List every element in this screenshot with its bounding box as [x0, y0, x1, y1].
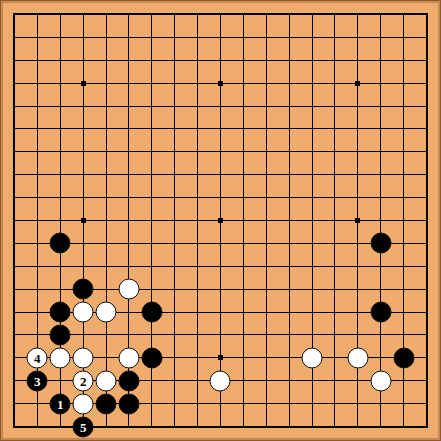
intersection	[95, 49, 118, 72]
intersection	[346, 278, 369, 301]
intersection	[255, 3, 278, 26]
intersection	[3, 163, 26, 186]
intersection	[49, 415, 72, 438]
intersection	[346, 301, 369, 324]
intersection	[255, 117, 278, 140]
intersection	[324, 278, 347, 301]
intersection	[346, 140, 369, 163]
intersection	[72, 392, 95, 415]
white-stone	[347, 347, 368, 368]
intersection	[392, 209, 415, 232]
intersection: 5	[72, 415, 95, 438]
intersection	[232, 255, 255, 278]
intersection	[392, 346, 415, 369]
intersection	[209, 346, 232, 369]
intersection	[117, 117, 140, 140]
intersection	[392, 3, 415, 26]
intersection	[324, 49, 347, 72]
intersection	[140, 324, 163, 347]
intersection	[72, 301, 95, 324]
intersection	[232, 301, 255, 324]
intersection	[3, 255, 26, 278]
intersection	[95, 324, 118, 347]
intersection	[369, 186, 392, 209]
intersection	[392, 415, 415, 438]
intersection	[140, 49, 163, 72]
intersection	[278, 324, 301, 347]
intersection	[415, 95, 438, 118]
intersection	[232, 3, 255, 26]
intersection	[232, 140, 255, 163]
intersection	[301, 117, 324, 140]
intersection	[301, 324, 324, 347]
intersection	[49, 72, 72, 95]
intersection	[163, 117, 186, 140]
intersection	[255, 278, 278, 301]
intersection	[209, 72, 232, 95]
intersection	[255, 49, 278, 72]
intersection	[95, 186, 118, 209]
intersection	[392, 232, 415, 255]
intersection	[346, 232, 369, 255]
intersection	[26, 186, 49, 209]
intersection	[369, 324, 392, 347]
intersection	[140, 209, 163, 232]
intersection	[140, 95, 163, 118]
intersection	[49, 95, 72, 118]
intersection	[392, 140, 415, 163]
intersection	[301, 415, 324, 438]
intersection	[346, 186, 369, 209]
intersection	[140, 255, 163, 278]
intersection	[209, 140, 232, 163]
intersection	[163, 255, 186, 278]
intersection	[95, 72, 118, 95]
intersection	[209, 392, 232, 415]
intersection	[117, 163, 140, 186]
intersection	[369, 117, 392, 140]
intersection	[117, 95, 140, 118]
intersection	[186, 140, 209, 163]
intersection	[49, 255, 72, 278]
intersection	[324, 301, 347, 324]
intersection	[301, 301, 324, 324]
white-stone	[118, 347, 139, 368]
intersection	[415, 324, 438, 347]
intersection	[232, 392, 255, 415]
white-stone	[50, 347, 71, 368]
intersection	[3, 95, 26, 118]
intersection	[72, 278, 95, 301]
intersection	[346, 26, 369, 49]
intersection	[163, 49, 186, 72]
intersection	[301, 3, 324, 26]
intersection	[95, 346, 118, 369]
intersection	[26, 392, 49, 415]
intersection	[72, 232, 95, 255]
intersection	[49, 369, 72, 392]
intersection	[209, 324, 232, 347]
intersection	[209, 26, 232, 49]
intersection	[163, 26, 186, 49]
intersection	[392, 26, 415, 49]
intersection	[72, 95, 95, 118]
intersection	[301, 369, 324, 392]
star-point	[218, 81, 223, 86]
intersection	[415, 163, 438, 186]
star-point	[81, 218, 86, 223]
intersection	[232, 278, 255, 301]
intersection	[117, 209, 140, 232]
black-stone	[141, 347, 162, 368]
intersection	[278, 232, 301, 255]
intersection	[186, 3, 209, 26]
white-stone	[73, 347, 94, 368]
intersection	[255, 140, 278, 163]
intersection	[301, 392, 324, 415]
intersection	[301, 95, 324, 118]
intersection	[49, 209, 72, 232]
intersection	[72, 3, 95, 26]
intersection	[346, 3, 369, 26]
intersection	[72, 346, 95, 369]
intersection	[369, 301, 392, 324]
intersection	[324, 392, 347, 415]
intersection	[3, 26, 26, 49]
white-stone	[210, 370, 231, 391]
intersection	[163, 186, 186, 209]
intersection	[232, 346, 255, 369]
intersection	[255, 26, 278, 49]
intersection	[232, 163, 255, 186]
intersection	[278, 369, 301, 392]
intersection	[72, 186, 95, 209]
intersection	[392, 369, 415, 392]
intersection	[49, 186, 72, 209]
intersection	[415, 26, 438, 49]
intersection	[117, 3, 140, 26]
intersection	[369, 392, 392, 415]
white-stone	[73, 302, 94, 323]
intersection	[324, 117, 347, 140]
intersection	[209, 163, 232, 186]
white-stone	[73, 393, 94, 414]
intersection	[72, 26, 95, 49]
intersection	[346, 209, 369, 232]
intersection	[415, 3, 438, 26]
intersection	[324, 369, 347, 392]
intersection	[232, 209, 255, 232]
intersection	[209, 209, 232, 232]
intersection	[301, 278, 324, 301]
intersection	[255, 415, 278, 438]
intersection	[140, 301, 163, 324]
intersection	[369, 278, 392, 301]
black-stone	[50, 233, 71, 254]
intersection	[278, 346, 301, 369]
intersection	[301, 186, 324, 209]
intersection	[49, 49, 72, 72]
intersection	[95, 140, 118, 163]
white-stone	[96, 370, 117, 391]
intersection	[255, 232, 278, 255]
intersection	[232, 186, 255, 209]
intersection	[49, 163, 72, 186]
intersection	[346, 163, 369, 186]
intersection	[392, 163, 415, 186]
intersection	[95, 301, 118, 324]
intersection	[301, 209, 324, 232]
intersection	[186, 26, 209, 49]
intersection	[140, 140, 163, 163]
intersection	[3, 369, 26, 392]
intersection	[95, 278, 118, 301]
intersection	[186, 415, 209, 438]
intersection	[415, 72, 438, 95]
intersection	[278, 26, 301, 49]
intersection	[324, 186, 347, 209]
white-stone	[370, 370, 391, 391]
intersection	[278, 163, 301, 186]
intersection	[95, 369, 118, 392]
intersection	[117, 392, 140, 415]
intersection	[278, 255, 301, 278]
intersection	[3, 3, 26, 26]
intersection	[72, 140, 95, 163]
intersection	[26, 117, 49, 140]
intersection	[392, 95, 415, 118]
intersection	[346, 49, 369, 72]
intersection	[95, 232, 118, 255]
intersection	[369, 95, 392, 118]
intersection	[255, 346, 278, 369]
intersection	[301, 140, 324, 163]
intersection	[26, 72, 49, 95]
intersection	[415, 369, 438, 392]
intersection	[278, 3, 301, 26]
intersection	[415, 117, 438, 140]
intersection	[186, 324, 209, 347]
intersection	[232, 49, 255, 72]
move-2-stone: 2	[73, 370, 94, 391]
intersection	[26, 324, 49, 347]
intersection	[117, 369, 140, 392]
intersection	[278, 49, 301, 72]
intersection	[415, 49, 438, 72]
intersection	[140, 26, 163, 49]
intersection	[163, 140, 186, 163]
intersection	[278, 392, 301, 415]
intersection	[117, 278, 140, 301]
intersection	[186, 95, 209, 118]
intersection	[255, 95, 278, 118]
intersection	[117, 186, 140, 209]
intersection	[209, 49, 232, 72]
intersection	[415, 415, 438, 438]
intersection	[186, 209, 209, 232]
move-3-stone: 3	[27, 370, 48, 391]
intersection	[95, 26, 118, 49]
intersection	[415, 186, 438, 209]
intersection	[72, 49, 95, 72]
intersection	[72, 117, 95, 140]
black-stone	[50, 302, 71, 323]
intersection: 4	[26, 346, 49, 369]
intersection	[117, 255, 140, 278]
intersection	[255, 163, 278, 186]
intersection	[140, 369, 163, 392]
intersection	[209, 95, 232, 118]
intersection	[3, 49, 26, 72]
intersection	[346, 72, 369, 95]
intersection	[324, 72, 347, 95]
intersection	[49, 3, 72, 26]
intersection	[278, 278, 301, 301]
intersection	[26, 3, 49, 26]
intersection	[415, 209, 438, 232]
intersection	[186, 232, 209, 255]
intersection	[301, 346, 324, 369]
intersection	[95, 3, 118, 26]
black-stone	[370, 302, 391, 323]
intersection	[392, 49, 415, 72]
intersection	[3, 186, 26, 209]
intersection	[232, 369, 255, 392]
intersection	[186, 392, 209, 415]
intersection	[392, 324, 415, 347]
intersection	[95, 415, 118, 438]
intersection	[26, 255, 49, 278]
move-1-stone: 1	[50, 393, 71, 414]
intersection	[278, 209, 301, 232]
intersection	[72, 255, 95, 278]
intersection	[346, 324, 369, 347]
intersection	[392, 72, 415, 95]
intersection	[232, 324, 255, 347]
intersection	[72, 72, 95, 95]
intersection	[415, 301, 438, 324]
intersection	[3, 232, 26, 255]
intersection	[415, 346, 438, 369]
intersection	[186, 72, 209, 95]
intersection	[324, 163, 347, 186]
intersection	[26, 26, 49, 49]
intersection	[117, 49, 140, 72]
intersection	[3, 72, 26, 95]
intersection	[369, 415, 392, 438]
intersection	[369, 49, 392, 72]
intersection	[232, 415, 255, 438]
intersection	[415, 140, 438, 163]
intersection	[255, 209, 278, 232]
intersection	[186, 369, 209, 392]
intersection	[140, 72, 163, 95]
black-stone	[96, 393, 117, 414]
intersection	[324, 324, 347, 347]
intersection: 2	[72, 369, 95, 392]
intersection	[392, 255, 415, 278]
intersection	[140, 163, 163, 186]
intersection	[49, 324, 72, 347]
intersection	[117, 324, 140, 347]
intersection	[209, 117, 232, 140]
intersection	[26, 278, 49, 301]
black-stone	[73, 279, 94, 300]
intersection	[49, 26, 72, 49]
intersection	[117, 346, 140, 369]
white-stone	[302, 347, 323, 368]
intersection	[49, 232, 72, 255]
intersection	[369, 163, 392, 186]
intersection	[209, 278, 232, 301]
intersection	[72, 324, 95, 347]
intersection	[255, 186, 278, 209]
black-stone	[370, 233, 391, 254]
intersection	[95, 163, 118, 186]
white-stone	[96, 302, 117, 323]
intersection	[301, 26, 324, 49]
intersection	[3, 415, 26, 438]
intersection: 3	[26, 369, 49, 392]
intersection	[209, 369, 232, 392]
star-point	[355, 218, 360, 223]
intersection	[232, 26, 255, 49]
intersection	[324, 255, 347, 278]
intersection	[209, 415, 232, 438]
intersection	[49, 117, 72, 140]
intersection	[3, 209, 26, 232]
intersection	[3, 324, 26, 347]
intersection	[346, 346, 369, 369]
intersection	[3, 278, 26, 301]
intersection	[232, 117, 255, 140]
go-board: 43215	[1, 1, 440, 440]
intersection	[278, 186, 301, 209]
intersection	[255, 255, 278, 278]
intersection	[49, 278, 72, 301]
intersection	[255, 369, 278, 392]
intersection	[163, 369, 186, 392]
intersection	[72, 209, 95, 232]
intersection	[346, 117, 369, 140]
intersection	[324, 346, 347, 369]
intersection	[392, 301, 415, 324]
intersection	[209, 255, 232, 278]
intersection	[369, 346, 392, 369]
go-board-frame: 43215	[0, 0, 441, 441]
intersection	[163, 324, 186, 347]
intersection	[3, 392, 26, 415]
intersection	[392, 278, 415, 301]
black-stone	[118, 393, 139, 414]
intersection	[392, 392, 415, 415]
intersection	[209, 301, 232, 324]
intersection	[26, 415, 49, 438]
intersection	[278, 140, 301, 163]
intersection	[369, 3, 392, 26]
intersection	[324, 3, 347, 26]
white-stone	[118, 279, 139, 300]
intersection	[278, 301, 301, 324]
intersection	[346, 95, 369, 118]
intersection	[346, 369, 369, 392]
black-stone	[118, 370, 139, 391]
intersection	[26, 95, 49, 118]
star-point	[218, 218, 223, 223]
intersection	[346, 392, 369, 415]
intersection	[301, 163, 324, 186]
intersection	[140, 3, 163, 26]
